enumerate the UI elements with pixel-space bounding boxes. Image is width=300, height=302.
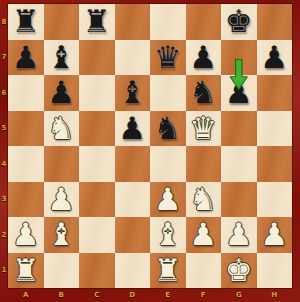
square-b3[interactable]: ♟ [44,182,80,218]
black-pawn[interactable]: ♟ [260,40,288,75]
square-a4[interactable] [8,146,44,182]
black-rook[interactable]: ♜ [83,4,111,39]
white-pawn[interactable]: ♟ [12,217,40,252]
chessboard-frame: 87654321 ♜♜♚♟♝♛♟♟♟♝♞♟♞♟♞♛♟♟♞♟♝♝♟♟♟♜♜♚ AB… [0,0,300,302]
square-b1[interactable] [44,253,80,289]
square-f1[interactable] [186,253,222,289]
square-d6[interactable]: ♝ [115,75,151,111]
rank-label-4: 4 [0,146,8,182]
square-e1[interactable]: ♜ [150,253,186,289]
file-label-g: G [221,288,257,302]
square-d8[interactable] [115,4,151,40]
square-a5[interactable] [8,111,44,147]
square-f8[interactable] [186,4,222,40]
square-c2[interactable] [79,217,115,253]
rank-labels: 87654321 [0,4,8,288]
rank-label-2: 2 [0,217,8,253]
square-a7[interactable]: ♟ [8,40,44,76]
square-b5[interactable]: ♞ [44,111,80,147]
square-e6[interactable] [150,75,186,111]
square-e8[interactable] [150,4,186,40]
square-f3[interactable]: ♞ [186,182,222,218]
file-labels: ABCDEFGH [8,288,292,302]
black-pawn[interactable]: ♟ [189,40,217,75]
white-rook[interactable]: ♜ [154,253,182,288]
black-pawn[interactable]: ♟ [12,40,40,75]
square-g5[interactable] [221,111,257,147]
white-knight[interactable]: ♞ [47,111,75,146]
square-d7[interactable] [115,40,151,76]
white-pawn[interactable]: ♟ [189,217,217,252]
black-pawn[interactable]: ♟ [225,75,253,110]
black-pawn[interactable]: ♟ [118,111,146,146]
rank-label-6: 6 [0,75,8,111]
square-c4[interactable] [79,146,115,182]
square-f7[interactable]: ♟ [186,40,222,76]
square-g6[interactable]: ♟ [221,75,257,111]
white-rook[interactable]: ♜ [12,253,40,288]
black-queen[interactable]: ♛ [154,40,182,75]
square-e5[interactable]: ♞ [150,111,186,147]
black-bishop[interactable]: ♝ [118,75,146,110]
square-c8[interactable]: ♜ [79,4,115,40]
square-g7[interactable] [221,40,257,76]
square-a6[interactable] [8,75,44,111]
square-b7[interactable]: ♝ [44,40,80,76]
square-e7[interactable]: ♛ [150,40,186,76]
black-rook[interactable]: ♜ [12,4,40,39]
square-h3[interactable] [257,182,293,218]
rank-label-3: 3 [0,182,8,218]
square-h8[interactable] [257,4,293,40]
square-h6[interactable] [257,75,293,111]
file-label-a: A [8,288,44,302]
square-h7[interactable]: ♟ [257,40,293,76]
square-c6[interactable] [79,75,115,111]
white-bishop[interactable]: ♝ [47,217,75,252]
square-c3[interactable] [79,182,115,218]
square-g2[interactable]: ♟ [221,217,257,253]
black-pawn[interactable]: ♟ [47,75,75,110]
rank-label-5: 5 [0,111,8,147]
square-h1[interactable] [257,253,293,289]
file-label-c: C [79,288,115,302]
white-pawn[interactable]: ♟ [47,182,75,217]
black-bishop[interactable]: ♝ [47,40,75,75]
square-e4[interactable] [150,146,186,182]
file-label-f: F [186,288,222,302]
square-d3[interactable] [115,182,151,218]
square-g3[interactable] [221,182,257,218]
black-knight[interactable]: ♞ [189,75,217,110]
square-d4[interactable] [115,146,151,182]
white-pawn[interactable]: ♟ [260,217,288,252]
white-bishop[interactable]: ♝ [154,217,182,252]
square-e3[interactable]: ♟ [150,182,186,218]
file-label-d: D [115,288,151,302]
white-pawn[interactable]: ♟ [154,182,182,217]
white-king[interactable]: ♚ [225,253,253,288]
square-b4[interactable] [44,146,80,182]
file-label-h: H [257,288,293,302]
white-knight[interactable]: ♞ [189,182,217,217]
white-pawn[interactable]: ♟ [225,217,253,252]
square-d2[interactable] [115,217,151,253]
black-king[interactable]: ♚ [225,4,253,39]
square-a1[interactable]: ♜ [8,253,44,289]
square-g1[interactable]: ♚ [221,253,257,289]
square-f4[interactable] [186,146,222,182]
square-d1[interactable] [115,253,151,289]
rank-label-8: 8 [0,4,8,40]
square-d5[interactable]: ♟ [115,111,151,147]
square-f6[interactable]: ♞ [186,75,222,111]
square-c1[interactable] [79,253,115,289]
square-h4[interactable] [257,146,293,182]
white-queen[interactable]: ♛ [189,111,217,146]
square-a2[interactable]: ♟ [8,217,44,253]
square-b6[interactable]: ♟ [44,75,80,111]
rank-label-1: 1 [0,253,8,289]
file-label-e: E [150,288,186,302]
file-label-b: B [44,288,80,302]
square-h5[interactable] [257,111,293,147]
square-c7[interactable] [79,40,115,76]
square-a8[interactable]: ♜ [8,4,44,40]
square-c5[interactable] [79,111,115,147]
square-e2[interactable]: ♝ [150,217,186,253]
square-a3[interactable] [8,182,44,218]
square-f5[interactable]: ♛ [186,111,222,147]
black-knight[interactable]: ♞ [154,111,182,146]
rank-label-7: 7 [0,40,8,76]
square-f2[interactable]: ♟ [186,217,222,253]
square-g4[interactable] [221,146,257,182]
square-b8[interactable] [44,4,80,40]
square-h2[interactable]: ♟ [257,217,293,253]
square-b2[interactable]: ♝ [44,217,80,253]
square-g8[interactable]: ♚ [221,4,257,40]
chess-board[interactable]: ♜♜♚♟♝♛♟♟♟♝♞♟♞♟♞♛♟♟♞♟♝♝♟♟♟♜♜♚ [8,4,292,288]
